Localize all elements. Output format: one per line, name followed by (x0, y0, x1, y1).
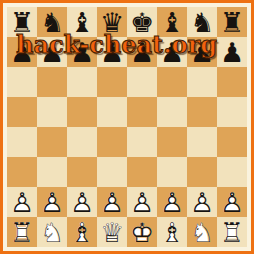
white-pawn-piece-outline-glyph: ♙ (97, 187, 127, 217)
white-pawn-piece-fill-glyph: ♟ (217, 187, 247, 217)
white-knight-piece-outline-glyph: ♘ (187, 217, 217, 247)
square-b4[interactable] (37, 127, 67, 157)
square-g1[interactable]: ♞♘ (187, 217, 217, 247)
white-knight-piece[interactable]: ♞♘ (187, 217, 217, 247)
square-c5[interactable] (67, 97, 97, 127)
square-f1[interactable]: ♝♗ (157, 217, 187, 247)
white-bishop-piece[interactable]: ♝♗ (67, 217, 97, 247)
square-c2[interactable]: ♟♙ (67, 187, 97, 217)
white-rook-piece-fill-glyph: ♜ (217, 217, 247, 247)
white-pawn-piece[interactable]: ♟♙ (7, 187, 37, 217)
square-a4[interactable] (7, 127, 37, 157)
square-a2[interactable]: ♟♙ (7, 187, 37, 217)
square-f6[interactable] (157, 67, 187, 97)
black-rook-piece[interactable]: ♜ (217, 7, 247, 37)
white-pawn-piece-fill-glyph: ♟ (37, 187, 67, 217)
square-c3[interactable] (67, 157, 97, 187)
white-bishop-piece-fill-glyph: ♝ (157, 217, 187, 247)
square-c1[interactable]: ♝♗ (67, 217, 97, 247)
square-a1[interactable]: ♜♖ (7, 217, 37, 247)
white-queen-piece-outline-glyph: ♕ (97, 217, 127, 247)
square-e4[interactable] (127, 127, 157, 157)
square-h4[interactable] (217, 127, 247, 157)
white-pawn-piece-fill-glyph: ♟ (157, 187, 187, 217)
square-e5[interactable] (127, 97, 157, 127)
square-d2[interactable]: ♟♙ (97, 187, 127, 217)
square-e3[interactable] (127, 157, 157, 187)
square-b5[interactable] (37, 97, 67, 127)
white-pawn-piece[interactable]: ♟♙ (127, 187, 157, 217)
board-frame: ♜♞♝♛♚♝♞♜♟♟♟♟♟♟♟♟♟♙♟♙♟♙♟♙♟♙♟♙♟♙♟♙♜♖♞♘♝♗♛♕… (0, 0, 254, 254)
black-pawn-piece-glyph: ♟ (217, 37, 247, 67)
square-f2[interactable]: ♟♙ (157, 187, 187, 217)
square-g6[interactable] (187, 67, 217, 97)
white-king-piece[interactable]: ♚♔ (127, 217, 157, 247)
square-c4[interactable] (67, 127, 97, 157)
white-bishop-piece[interactable]: ♝♗ (157, 217, 187, 247)
white-pawn-piece[interactable]: ♟♙ (37, 187, 67, 217)
white-pawn-piece-outline-glyph: ♙ (7, 187, 37, 217)
white-pawn-piece-outline-glyph: ♙ (217, 187, 247, 217)
white-rook-piece-outline-glyph: ♖ (217, 217, 247, 247)
white-pawn-piece[interactable]: ♟♙ (217, 187, 247, 217)
square-h2[interactable]: ♟♙ (217, 187, 247, 217)
white-queen-piece-fill-glyph: ♛ (97, 217, 127, 247)
white-pawn-piece-fill-glyph: ♟ (97, 187, 127, 217)
white-pawn-piece-outline-glyph: ♙ (127, 187, 157, 217)
square-f4[interactable] (157, 127, 187, 157)
white-pawn-piece-fill-glyph: ♟ (187, 187, 217, 217)
square-h1[interactable]: ♜♖ (217, 217, 247, 247)
white-rook-piece[interactable]: ♜♖ (7, 217, 37, 247)
black-pawn-piece[interactable]: ♟ (217, 37, 247, 67)
white-bishop-piece-outline-glyph: ♗ (157, 217, 187, 247)
square-e2[interactable]: ♟♙ (127, 187, 157, 217)
white-queen-piece[interactable]: ♛♕ (97, 217, 127, 247)
square-f3[interactable] (157, 157, 187, 187)
square-g2[interactable]: ♟♙ (187, 187, 217, 217)
white-pawn-piece[interactable]: ♟♙ (187, 187, 217, 217)
square-a3[interactable] (7, 157, 37, 187)
square-c6[interactable] (67, 67, 97, 97)
square-h7[interactable]: ♟ (217, 37, 247, 67)
square-h8[interactable]: ♜ (217, 7, 247, 37)
white-king-piece-outline-glyph: ♔ (127, 217, 157, 247)
white-pawn-piece-outline-glyph: ♙ (187, 187, 217, 217)
square-f5[interactable] (157, 97, 187, 127)
square-h5[interactable] (217, 97, 247, 127)
square-g4[interactable] (187, 127, 217, 157)
black-rook-piece-glyph: ♜ (217, 7, 247, 37)
white-rook-piece[interactable]: ♜♖ (217, 217, 247, 247)
white-knight-piece-outline-glyph: ♘ (37, 217, 67, 247)
square-d5[interactable] (97, 97, 127, 127)
square-d3[interactable] (97, 157, 127, 187)
square-d6[interactable] (97, 67, 127, 97)
white-knight-piece[interactable]: ♞♘ (37, 217, 67, 247)
square-h6[interactable] (217, 67, 247, 97)
square-a6[interactable] (7, 67, 37, 97)
white-pawn-piece-fill-glyph: ♟ (7, 187, 37, 217)
white-pawn-piece[interactable]: ♟♙ (157, 187, 187, 217)
white-bishop-piece-fill-glyph: ♝ (67, 217, 97, 247)
white-knight-piece-fill-glyph: ♞ (37, 217, 67, 247)
white-knight-piece-fill-glyph: ♞ (187, 217, 217, 247)
white-bishop-piece-outline-glyph: ♗ (67, 217, 97, 247)
square-d1[interactable]: ♛♕ (97, 217, 127, 247)
white-king-piece-fill-glyph: ♚ (127, 217, 157, 247)
square-e1[interactable]: ♚♔ (127, 217, 157, 247)
square-b2[interactable]: ♟♙ (37, 187, 67, 217)
square-b3[interactable] (37, 157, 67, 187)
square-g5[interactable] (187, 97, 217, 127)
white-pawn-piece-outline-glyph: ♙ (37, 187, 67, 217)
square-e6[interactable] (127, 67, 157, 97)
white-rook-piece-outline-glyph: ♖ (7, 217, 37, 247)
white-pawn-piece[interactable]: ♟♙ (97, 187, 127, 217)
square-h3[interactable] (217, 157, 247, 187)
white-pawn-piece-outline-glyph: ♙ (67, 187, 97, 217)
square-a5[interactable] (7, 97, 37, 127)
white-pawn-piece-fill-glyph: ♟ (67, 187, 97, 217)
white-pawn-piece[interactable]: ♟♙ (67, 187, 97, 217)
white-pawn-piece-outline-glyph: ♙ (157, 187, 187, 217)
white-rook-piece-fill-glyph: ♜ (7, 217, 37, 247)
watermark-text: hack-cheat.org (16, 33, 217, 57)
white-pawn-piece-fill-glyph: ♟ (127, 187, 157, 217)
square-d4[interactable] (97, 127, 127, 157)
square-g3[interactable] (187, 157, 217, 187)
square-b6[interactable] (37, 67, 67, 97)
square-b1[interactable]: ♞♘ (37, 217, 67, 247)
